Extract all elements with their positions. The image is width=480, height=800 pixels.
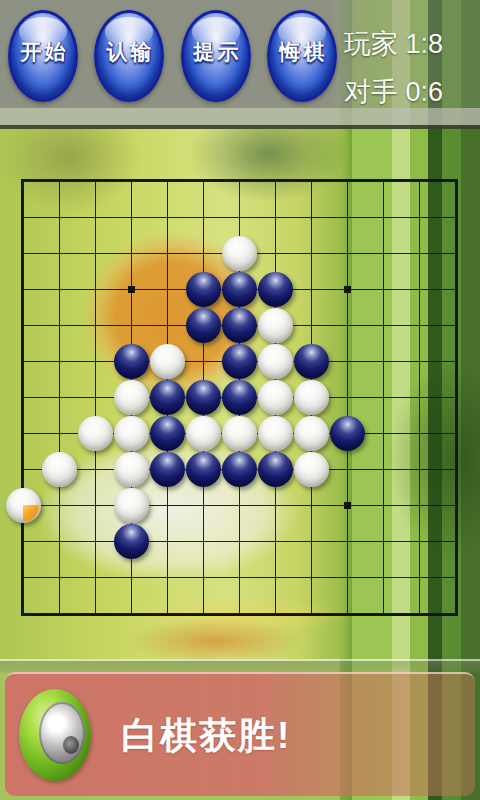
- toolbar-bevel: [0, 108, 480, 125]
- stone-white: [294, 452, 329, 487]
- board-background: [0, 129, 480, 659]
- stone-white: [294, 416, 329, 451]
- star-point: [344, 502, 351, 509]
- stone-black: [222, 452, 257, 487]
- stone-black: [258, 452, 293, 487]
- stone-white: [258, 380, 293, 415]
- stone-black: [222, 344, 257, 379]
- speaker-cone: [39, 702, 85, 764]
- star-point: [128, 286, 135, 293]
- stone-black: [222, 308, 257, 343]
- stone-white: [114, 416, 149, 451]
- stone-white: [258, 308, 293, 343]
- last-move-marker: [23, 505, 39, 522]
- result-panel: 白棋获胜!: [5, 672, 475, 796]
- hint-button[interactable]: 提示: [181, 10, 251, 102]
- toolbar: 开始 认输 提示 悔棋 玩家 1:8 对手 0:6: [0, 0, 480, 108]
- undo-button[interactable]: 悔棋: [267, 10, 337, 102]
- app-screen: 开始 认输 提示 悔棋 玩家 1:8 对手 0:6 白棋获胜!: [0, 0, 480, 800]
- resign-button[interactable]: 认输: [94, 10, 164, 102]
- result-text: 白棋获胜!: [121, 674, 291, 798]
- speaker-hole: [63, 736, 79, 754]
- stone-black: [222, 272, 257, 307]
- stone-black: [222, 380, 257, 415]
- stone-black: [150, 452, 185, 487]
- player-score: 玩家 1:8: [344, 20, 478, 68]
- stone-black: [186, 380, 221, 415]
- stone-white: [114, 452, 149, 487]
- stone-black: [114, 344, 149, 379]
- stone-black: [114, 524, 149, 559]
- stone-white: [222, 416, 257, 451]
- star-point: [344, 286, 351, 293]
- stone-white: [42, 452, 77, 487]
- start-button-label: 开始: [21, 38, 69, 66]
- stone-white: [6, 488, 41, 523]
- stone-black: [150, 416, 185, 451]
- stone-white: [294, 380, 329, 415]
- stone-black: [150, 380, 185, 415]
- stone-white: [258, 416, 293, 451]
- stone-white: [78, 416, 113, 451]
- speaker-icon: [19, 689, 91, 781]
- stone-black: [294, 344, 329, 379]
- stone-white: [222, 236, 257, 271]
- start-button[interactable]: 开始: [8, 10, 78, 102]
- stone-black: [330, 416, 365, 451]
- resign-button-label: 认输: [107, 38, 155, 66]
- stone-black: [186, 308, 221, 343]
- stone-white: [114, 380, 149, 415]
- stone-white: [150, 344, 185, 379]
- stone-white: [114, 488, 149, 523]
- stone-black: [186, 452, 221, 487]
- score-display: 玩家 1:8 对手 0:6: [344, 20, 478, 116]
- stone-black: [258, 272, 293, 307]
- stone-black: [186, 272, 221, 307]
- undo-button-label: 悔棋: [280, 38, 328, 66]
- stone-white: [258, 344, 293, 379]
- board-grid[interactable]: [21, 179, 458, 616]
- banner-area: 白棋获胜!: [0, 659, 480, 800]
- stone-white: [186, 416, 221, 451]
- hint-button-label: 提示: [194, 38, 242, 66]
